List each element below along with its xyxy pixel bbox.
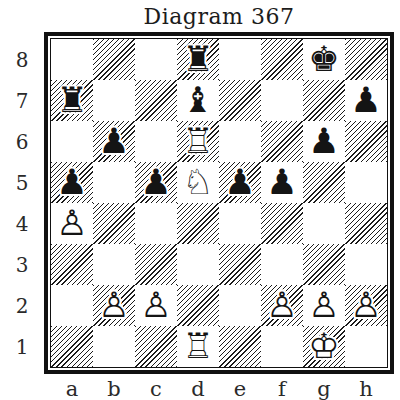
square-e5: ♟ — [219, 162, 261, 203]
square-g4 — [303, 203, 345, 244]
diagram-title: Diagram 367 — [44, 0, 394, 30]
board-area: 87654321 ♜♚♜♝♟♟♜♖♟♟♟♞♘♟♟♟♙♟♙♟♙♟♙♟♙♟♙♜♖♚♔ — [0, 32, 400, 374]
square-h3 — [345, 244, 387, 285]
square-d3 — [177, 244, 219, 285]
square-c6 — [135, 121, 177, 162]
square-f7 — [261, 80, 303, 121]
square-d4 — [177, 203, 219, 244]
square-b3 — [93, 244, 135, 285]
rank-label-5: 5 — [0, 162, 44, 203]
black-pawn-e5: ♟ — [219, 162, 261, 203]
square-f4 — [261, 203, 303, 244]
square-f1 — [261, 326, 303, 367]
file-label-h: h — [345, 377, 387, 400]
square-a5: ♟ — [51, 162, 93, 203]
square-a3 — [51, 244, 93, 285]
white-rook-d1: ♖ — [177, 326, 219, 367]
square-g6: ♟ — [303, 121, 345, 162]
square-c2: ♟♙ — [135, 285, 177, 326]
square-b1 — [93, 326, 135, 367]
rank-labels: 87654321 — [0, 32, 44, 374]
rank-label-8: 8 — [0, 39, 44, 80]
square-h5 — [345, 162, 387, 203]
file-labels: abcdefgh — [51, 377, 400, 400]
square-f6 — [261, 121, 303, 162]
square-c3 — [135, 244, 177, 285]
square-a6 — [51, 121, 93, 162]
white-pawn-g2: ♙ — [303, 285, 345, 326]
square-d7: ♝ — [177, 80, 219, 121]
square-f3 — [261, 244, 303, 285]
white-pawn-f2: ♙ — [261, 285, 303, 326]
square-h1 — [345, 326, 387, 367]
file-label-a: a — [51, 377, 93, 400]
black-pawn-b6: ♟ — [93, 121, 135, 162]
square-e7 — [219, 80, 261, 121]
square-b7 — [93, 80, 135, 121]
square-b8 — [93, 39, 135, 80]
square-a8 — [51, 39, 93, 80]
square-b6: ♟ — [93, 121, 135, 162]
square-b5 — [93, 162, 135, 203]
white-pawn-h2: ♙ — [345, 285, 387, 326]
square-h6 — [345, 121, 387, 162]
square-h8 — [345, 39, 387, 80]
square-g1: ♚♔ — [303, 326, 345, 367]
white-pawn-b2: ♙ — [93, 285, 135, 326]
black-pawn-h7: ♟ — [345, 80, 387, 121]
square-h4 — [345, 203, 387, 244]
rank-label-3: 3 — [0, 244, 44, 285]
square-e6 — [219, 121, 261, 162]
file-label-c: c — [135, 377, 177, 400]
diagram-page: Diagram 367 87654321 ♜♚♜♝♟♟♜♖♟♟♟♞♘♟♟♟♙♟♙… — [0, 0, 400, 400]
file-label-f: f — [261, 377, 303, 400]
square-a1 — [51, 326, 93, 367]
square-g7 — [303, 80, 345, 121]
square-c8 — [135, 39, 177, 80]
rank-label-1: 1 — [0, 326, 44, 367]
square-c4 — [135, 203, 177, 244]
square-e4 — [219, 203, 261, 244]
rank-label-6: 6 — [0, 121, 44, 162]
black-king-g8: ♚ — [303, 39, 345, 80]
chess-board: ♜♚♜♝♟♟♜♖♟♟♟♞♘♟♟♟♙♟♙♟♙♟♙♟♙♟♙♜♖♚♔ — [50, 38, 388, 368]
white-knight-d5: ♘ — [177, 162, 219, 203]
file-label-g: g — [303, 377, 345, 400]
square-d6: ♜♖ — [177, 121, 219, 162]
black-pawn-a5: ♟ — [51, 162, 93, 203]
square-h2: ♟♙ — [345, 285, 387, 326]
square-e8 — [219, 39, 261, 80]
square-c1 — [135, 326, 177, 367]
rank-label-2: 2 — [0, 285, 44, 326]
square-a4: ♟♙ — [51, 203, 93, 244]
square-e3 — [219, 244, 261, 285]
square-g2: ♟♙ — [303, 285, 345, 326]
square-g5 — [303, 162, 345, 203]
square-a2 — [51, 285, 93, 326]
square-e2 — [219, 285, 261, 326]
square-d2 — [177, 285, 219, 326]
square-f2: ♟♙ — [261, 285, 303, 326]
square-b4 — [93, 203, 135, 244]
white-pawn-c2: ♙ — [135, 285, 177, 326]
black-pawn-f5: ♟ — [261, 162, 303, 203]
black-bishop-d7: ♝ — [177, 80, 219, 121]
square-c7 — [135, 80, 177, 121]
square-h7: ♟ — [345, 80, 387, 121]
square-g3 — [303, 244, 345, 285]
white-rook-d6: ♖ — [177, 121, 219, 162]
square-b2: ♟♙ — [93, 285, 135, 326]
black-pawn-g6: ♟ — [303, 121, 345, 162]
square-f8 — [261, 39, 303, 80]
square-a7: ♜ — [51, 80, 93, 121]
file-label-e: e — [219, 377, 261, 400]
square-e1 — [219, 326, 261, 367]
black-pawn-c5: ♟ — [135, 162, 177, 203]
board-frame: ♜♚♜♝♟♟♜♖♟♟♟♞♘♟♟♟♙♟♙♟♙♟♙♟♙♟♙♜♖♚♔ — [44, 32, 394, 374]
square-g8: ♚ — [303, 39, 345, 80]
black-rook-a7: ♜ — [51, 80, 93, 121]
square-c5: ♟ — [135, 162, 177, 203]
square-d8: ♜ — [177, 39, 219, 80]
white-pawn-a4: ♙ — [51, 203, 93, 244]
square-d5: ♞♘ — [177, 162, 219, 203]
black-rook-d8: ♜ — [177, 39, 219, 80]
white-king-g1: ♔ — [303, 326, 345, 367]
rank-label-7: 7 — [0, 80, 44, 121]
rank-label-4: 4 — [0, 203, 44, 244]
square-f5: ♟ — [261, 162, 303, 203]
square-d1: ♜♖ — [177, 326, 219, 367]
file-label-d: d — [177, 377, 219, 400]
file-label-b: b — [93, 377, 135, 400]
